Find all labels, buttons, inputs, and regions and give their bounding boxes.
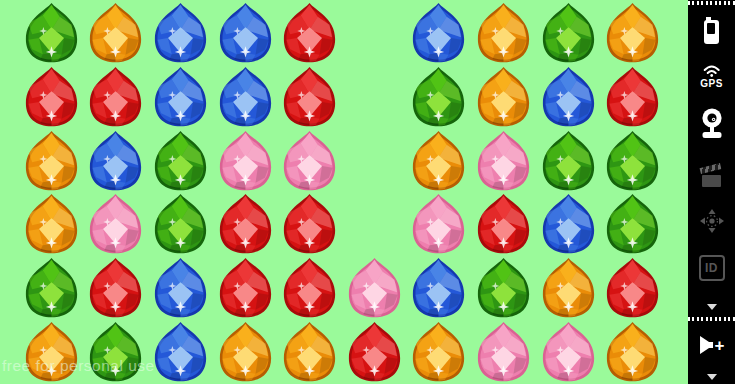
gem-cell[interactable] (19, 65, 84, 129)
gem-green (149, 129, 212, 192)
webcam-icon[interactable] (699, 107, 725, 143)
gem-green (20, 1, 83, 64)
gem-cell[interactable] (407, 65, 472, 129)
gem-cell[interactable] (19, 192, 84, 256)
gem-green (601, 192, 664, 255)
gem-cell[interactable] (600, 129, 665, 193)
gem-cell[interactable] (213, 65, 278, 129)
gem-red (343, 320, 406, 383)
gem-cell[interactable] (536, 320, 601, 384)
id-label: ID (705, 261, 718, 275)
gem-red (84, 65, 147, 128)
gem-red (278, 65, 341, 128)
gem-green (537, 129, 600, 192)
gem-cell[interactable] (277, 1, 342, 65)
gem-cell[interactable] (277, 129, 342, 193)
gem-orange (278, 320, 341, 383)
gem-blue (537, 192, 600, 255)
gem-cell[interactable] (407, 1, 472, 65)
gem-cell[interactable] (213, 320, 278, 384)
gem-cell[interactable] (148, 320, 213, 384)
gem-pink (214, 129, 277, 192)
gem-red (472, 192, 535, 255)
gem-cell[interactable] (536, 256, 601, 320)
gem-cell[interactable] (277, 256, 342, 320)
gem-cell[interactable] (342, 256, 407, 320)
battery-window (707, 23, 715, 34)
gps-signal-arcs (701, 64, 723, 77)
gem-cell[interactable] (600, 65, 665, 129)
gem-orange (20, 320, 83, 383)
gem-cell[interactable] (407, 129, 472, 193)
gem-cell[interactable] (342, 320, 407, 384)
gem-blue (407, 256, 470, 319)
gem-cell[interactable] (84, 192, 149, 256)
gem-green (537, 1, 600, 64)
gem-blue (537, 65, 600, 128)
clapperboard-icon[interactable] (701, 161, 723, 191)
battery-icon[interactable] (704, 17, 720, 44)
speaker-icon (699, 335, 714, 355)
gem-blue (149, 1, 212, 64)
clapperboard-body (702, 175, 721, 187)
gem-cell[interactable] (148, 65, 213, 129)
gem-cell[interactable] (277, 192, 342, 256)
gem-orange (472, 1, 535, 64)
gps-label: GPS (700, 78, 723, 89)
gem-cell[interactable] (84, 1, 149, 65)
toolbar-sidebar: GPS (688, 0, 735, 384)
id-icon[interactable]: ID (699, 255, 725, 281)
gem-cell[interactable] (19, 1, 84, 65)
gem-pink (407, 192, 470, 255)
gem-cell[interactable] (471, 1, 536, 65)
volume-plus-icon[interactable]: + (699, 335, 725, 355)
gem-cell[interactable] (536, 129, 601, 193)
gem-orange (537, 256, 600, 319)
collapse-arrow-icon[interactable] (707, 304, 717, 310)
empty-cell (342, 192, 407, 256)
dpad-icon[interactable] (698, 207, 726, 239)
gem-cell[interactable] (277, 320, 342, 384)
gem-cell[interactable] (600, 192, 665, 256)
game-screen: free for personal use GPS (0, 0, 735, 384)
gem-blue (149, 256, 212, 319)
gem-cell[interactable] (407, 256, 472, 320)
gem-cell[interactable] (471, 320, 536, 384)
gem-cell[interactable] (407, 192, 472, 256)
gem-cell[interactable] (19, 256, 84, 320)
gem-green (20, 256, 83, 319)
volume-plus-label: + (715, 337, 725, 354)
gem-red (20, 65, 83, 128)
gem-green (472, 256, 535, 319)
gem-cell[interactable] (471, 192, 536, 256)
gem-cell[interactable] (84, 65, 149, 129)
gem-cell[interactable] (277, 65, 342, 129)
gem-red (278, 192, 341, 255)
gem-blue (149, 320, 212, 383)
gem-cell[interactable] (213, 129, 278, 193)
gem-red (84, 256, 147, 319)
gem-blue (84, 129, 147, 192)
gem-cell[interactable] (536, 1, 601, 65)
gem-orange (20, 192, 83, 255)
dotted-divider-top (688, 1, 735, 5)
gem-green (601, 129, 664, 192)
gem-orange (601, 1, 664, 64)
gem-pink (472, 320, 535, 383)
empty-cell (342, 1, 407, 65)
gem-cell[interactable] (536, 65, 601, 129)
gem-cell[interactable] (213, 1, 278, 65)
gem-blue (214, 65, 277, 128)
gem-orange (20, 129, 83, 192)
gem-cell[interactable] (600, 320, 665, 384)
gem-orange (601, 320, 664, 383)
gem-cell[interactable] (84, 320, 149, 384)
gem-green (149, 192, 212, 255)
gem-red (214, 256, 277, 319)
gem-cell[interactable] (407, 320, 472, 384)
gem-board[interactable] (19, 1, 665, 384)
gem-pink (537, 320, 600, 383)
gem-cell[interactable] (19, 129, 84, 193)
gem-red (278, 256, 341, 319)
gem-orange (214, 320, 277, 383)
gem-pink (84, 192, 147, 255)
gem-red (601, 256, 664, 319)
gem-blue (214, 1, 277, 64)
gem-blue (149, 65, 212, 128)
gem-cell[interactable] (148, 1, 213, 65)
gem-blue (407, 1, 470, 64)
gem-red (278, 1, 341, 64)
gem-pink (278, 129, 341, 192)
gem-cell[interactable] (600, 1, 665, 65)
empty-cell (342, 129, 407, 193)
gem-cell[interactable] (148, 129, 213, 193)
gem-cell[interactable] (84, 129, 149, 193)
gem-cell[interactable] (213, 256, 278, 320)
gem-cell[interactable] (84, 256, 149, 320)
gem-pink (472, 129, 535, 192)
gem-green (407, 65, 470, 128)
gem-red (214, 192, 277, 255)
gem-orange (472, 65, 535, 128)
gem-cell[interactable] (471, 129, 536, 193)
gem-cell[interactable] (148, 256, 213, 320)
battery-terminal (706, 17, 711, 21)
gem-green (84, 320, 147, 383)
gem-orange (84, 1, 147, 64)
gem-cell[interactable] (148, 192, 213, 256)
gem-cell[interactable] (600, 256, 665, 320)
gps-icon[interactable]: GPS (700, 64, 723, 89)
gem-cell[interactable] (471, 65, 536, 129)
gem-cell[interactable] (536, 192, 601, 256)
gem-cell[interactable] (213, 192, 278, 256)
gem-cell[interactable] (471, 256, 536, 320)
gem-cell[interactable] (19, 320, 84, 384)
empty-cell (342, 65, 407, 129)
clapperboard-stick (699, 163, 721, 174)
dotted-divider-mid (688, 317, 735, 321)
gem-red (601, 65, 664, 128)
gem-orange (407, 320, 470, 383)
gem-pink (343, 256, 406, 319)
collapse-arrow-bottom-icon[interactable] (707, 374, 717, 380)
gem-orange (407, 129, 470, 192)
